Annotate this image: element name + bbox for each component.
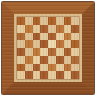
square-f1[interactable] <box>56 71 64 79</box>
square-g1[interactable] <box>64 71 72 79</box>
square-e1[interactable] <box>48 71 56 79</box>
square-f8[interactable] <box>56 17 64 25</box>
square-c1[interactable] <box>33 71 41 79</box>
square-a8[interactable] <box>17 17 25 25</box>
square-e5[interactable] <box>48 40 56 48</box>
square-c4[interactable] <box>33 48 41 56</box>
square-h3[interactable] <box>71 56 79 64</box>
square-b6[interactable] <box>25 33 33 41</box>
square-f2[interactable] <box>56 64 64 72</box>
square-a7[interactable] <box>17 25 25 33</box>
square-a4[interactable] <box>17 48 25 56</box>
square-d1[interactable] <box>40 71 48 79</box>
square-d3[interactable] <box>40 56 48 64</box>
square-f6[interactable] <box>56 33 64 41</box>
square-f4[interactable] <box>56 48 64 56</box>
square-b8[interactable] <box>25 17 33 25</box>
square-h8[interactable] <box>71 17 79 25</box>
square-g2[interactable] <box>64 64 72 72</box>
square-e7[interactable] <box>48 25 56 33</box>
square-d8[interactable] <box>40 17 48 25</box>
square-b3[interactable] <box>25 56 33 64</box>
square-g6[interactable] <box>64 33 72 41</box>
square-c5[interactable] <box>33 40 41 48</box>
chess-board-grid <box>17 17 79 79</box>
square-b4[interactable] <box>25 48 33 56</box>
square-a3[interactable] <box>17 56 25 64</box>
square-c6[interactable] <box>33 33 41 41</box>
square-h4[interactable] <box>71 48 79 56</box>
square-c2[interactable] <box>33 64 41 72</box>
square-f5[interactable] <box>56 40 64 48</box>
square-e4[interactable] <box>48 48 56 56</box>
square-b2[interactable] <box>25 64 33 72</box>
square-e3[interactable] <box>48 56 56 64</box>
square-g8[interactable] <box>64 17 72 25</box>
square-f7[interactable] <box>56 25 64 33</box>
square-h2[interactable] <box>71 64 79 72</box>
square-a6[interactable] <box>17 33 25 41</box>
square-c8[interactable] <box>33 17 41 25</box>
square-g5[interactable] <box>64 40 72 48</box>
square-d4[interactable] <box>40 48 48 56</box>
square-h7[interactable] <box>71 25 79 33</box>
square-c3[interactable] <box>33 56 41 64</box>
square-c7[interactable] <box>33 25 41 33</box>
square-h1[interactable] <box>71 71 79 79</box>
square-g4[interactable] <box>64 48 72 56</box>
square-h6[interactable] <box>71 33 79 41</box>
square-g3[interactable] <box>64 56 72 64</box>
square-a5[interactable] <box>17 40 25 48</box>
square-g7[interactable] <box>64 25 72 33</box>
square-e6[interactable] <box>48 33 56 41</box>
square-b1[interactable] <box>25 71 33 79</box>
square-b5[interactable] <box>25 40 33 48</box>
square-d6[interactable] <box>40 33 48 41</box>
square-d7[interactable] <box>40 25 48 33</box>
board-frame <box>2 2 94 94</box>
square-d5[interactable] <box>40 40 48 48</box>
square-h5[interactable] <box>71 40 79 48</box>
square-f3[interactable] <box>56 56 64 64</box>
square-a1[interactable] <box>17 71 25 79</box>
square-d2[interactable] <box>40 64 48 72</box>
square-e8[interactable] <box>48 17 56 25</box>
square-e2[interactable] <box>48 64 56 72</box>
square-a2[interactable] <box>17 64 25 72</box>
chessboard-photo <box>0 0 96 96</box>
square-b7[interactable] <box>25 25 33 33</box>
board-border-strip <box>14 14 82 82</box>
